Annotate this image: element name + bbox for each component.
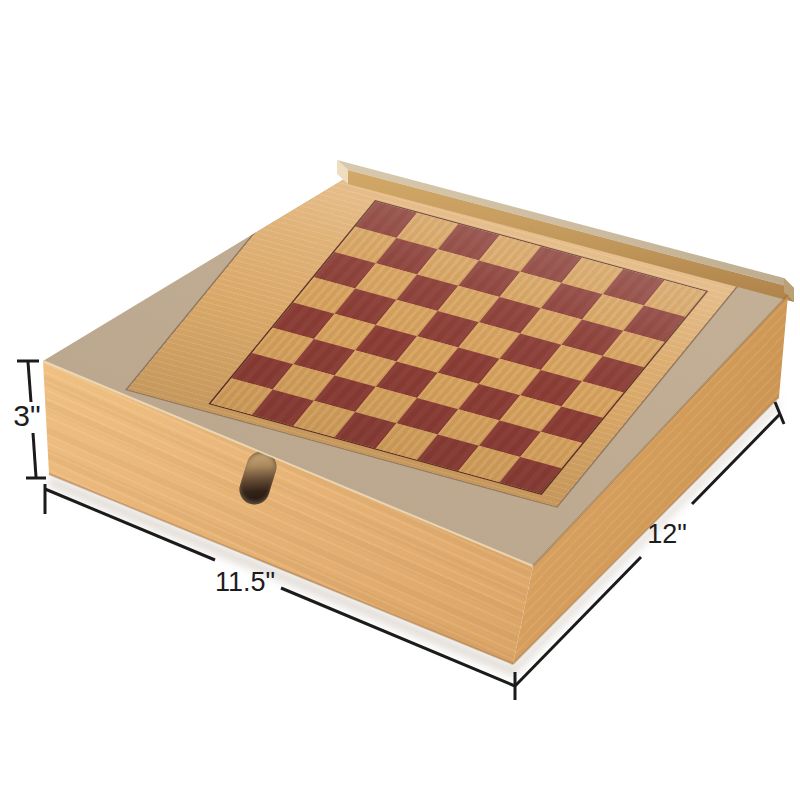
height-dim-line-upper [28, 362, 31, 402]
depth-dim-cap-top [775, 402, 784, 424]
back-rail-front-face [330, 152, 796, 307]
product-photo-stage: 3" 11.5" 12" [0, 0, 800, 800]
height-dim-line-lower [33, 433, 36, 477]
width-dimension-label: 11.5" [215, 567, 275, 598]
depth-dimension-label: 12" [647, 519, 687, 550]
height-dimension-label: 3" [13, 399, 40, 433]
back-rail [330, 152, 796, 307]
